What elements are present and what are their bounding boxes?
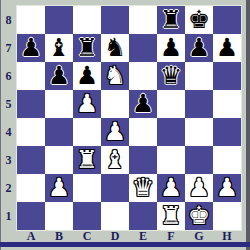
square-a2[interactable] xyxy=(17,174,45,202)
chess-board-frame: 87654321 ♜♚♟♝♜♞♟♟♟♟♟♞♛♟♟♟♜♝♟♛♟♟♟♜♚ ABCDE… xyxy=(0,0,250,250)
square-a6[interactable] xyxy=(17,62,45,90)
square-g1[interactable]: ♚ xyxy=(185,202,213,230)
piece-white-pawn[interactable]: ♟ xyxy=(45,174,73,202)
square-c6[interactable]: ♟ xyxy=(73,62,101,90)
piece-black-rook[interactable]: ♜ xyxy=(73,34,101,62)
frame-left-edge xyxy=(0,0,1,250)
square-e7[interactable] xyxy=(129,34,157,62)
square-f3[interactable] xyxy=(157,146,185,174)
square-f1[interactable]: ♜ xyxy=(157,202,185,230)
square-f2[interactable]: ♟ xyxy=(157,174,185,202)
square-h5[interactable] xyxy=(213,90,241,118)
square-h3[interactable] xyxy=(213,146,241,174)
square-a4[interactable] xyxy=(17,118,45,146)
square-f6[interactable]: ♛ xyxy=(157,62,185,90)
piece-white-rook[interactable]: ♜ xyxy=(157,202,185,230)
square-d7[interactable]: ♞ xyxy=(101,34,129,62)
square-e2[interactable]: ♛ xyxy=(129,174,157,202)
square-b1[interactable] xyxy=(45,202,73,230)
square-b7[interactable]: ♝ xyxy=(45,34,73,62)
square-d4[interactable]: ♟ xyxy=(101,118,129,146)
square-c4[interactable] xyxy=(73,118,101,146)
rank-label-5: 5 xyxy=(0,90,17,118)
square-d1[interactable] xyxy=(101,202,129,230)
square-b4[interactable] xyxy=(45,118,73,146)
frame-bottom-border xyxy=(0,242,250,247)
rank-label-4: 4 xyxy=(0,118,17,146)
square-a8[interactable] xyxy=(17,6,45,34)
square-b8[interactable] xyxy=(45,6,73,34)
piece-black-rook[interactable]: ♜ xyxy=(157,6,185,34)
piece-black-king[interactable]: ♚ xyxy=(185,6,213,34)
piece-white-pawn[interactable]: ♟ xyxy=(213,174,241,202)
square-e4[interactable] xyxy=(129,118,157,146)
square-d2[interactable] xyxy=(101,174,129,202)
piece-white-bishop[interactable]: ♝ xyxy=(101,146,129,174)
square-h8[interactable] xyxy=(213,6,241,34)
rank-labels: 87654321 xyxy=(0,6,17,230)
piece-white-pawn[interactable]: ♟ xyxy=(157,174,185,202)
square-e8[interactable] xyxy=(129,6,157,34)
piece-black-pawn[interactable]: ♟ xyxy=(73,62,101,90)
square-a1[interactable] xyxy=(17,202,45,230)
square-d5[interactable] xyxy=(101,90,129,118)
rank-label-7: 7 xyxy=(0,34,17,62)
square-g8[interactable]: ♚ xyxy=(185,6,213,34)
square-a7[interactable]: ♟ xyxy=(17,34,45,62)
square-g5[interactable] xyxy=(185,90,213,118)
square-f8[interactable]: ♜ xyxy=(157,6,185,34)
square-h4[interactable] xyxy=(213,118,241,146)
square-c8[interactable] xyxy=(73,6,101,34)
frame-right-border xyxy=(246,0,250,250)
square-a3[interactable] xyxy=(17,146,45,174)
square-h6[interactable] xyxy=(213,62,241,90)
square-h1[interactable] xyxy=(213,202,241,230)
square-b2[interactable]: ♟ xyxy=(45,174,73,202)
square-h7[interactable]: ♟ xyxy=(213,34,241,62)
rank-label-6: 6 xyxy=(0,62,17,90)
square-c3[interactable]: ♜ xyxy=(73,146,101,174)
piece-white-knight[interactable]: ♞ xyxy=(101,62,129,90)
piece-white-queen[interactable]: ♛ xyxy=(129,174,157,202)
square-c7[interactable]: ♜ xyxy=(73,34,101,62)
piece-white-pawn[interactable]: ♟ xyxy=(73,90,101,118)
piece-white-pawn[interactable]: ♟ xyxy=(185,174,213,202)
square-e5[interactable]: ♟ xyxy=(129,90,157,118)
piece-black-pawn[interactable]: ♟ xyxy=(17,34,45,62)
piece-black-pawn[interactable]: ♟ xyxy=(129,90,157,118)
square-c1[interactable] xyxy=(73,202,101,230)
piece-black-queen[interactable]: ♛ xyxy=(157,62,185,90)
rank-label-3: 3 xyxy=(0,146,17,174)
square-c2[interactable] xyxy=(73,174,101,202)
square-g2[interactable]: ♟ xyxy=(185,174,213,202)
square-b6[interactable]: ♟ xyxy=(45,62,73,90)
square-f5[interactable] xyxy=(157,90,185,118)
piece-black-pawn[interactable]: ♟ xyxy=(185,34,213,62)
square-f4[interactable] xyxy=(157,118,185,146)
piece-black-pawn[interactable]: ♟ xyxy=(157,34,185,62)
square-b3[interactable] xyxy=(45,146,73,174)
square-f7[interactable]: ♟ xyxy=(157,34,185,62)
square-e3[interactable] xyxy=(129,146,157,174)
square-h2[interactable]: ♟ xyxy=(213,174,241,202)
rank-label-1: 1 xyxy=(0,202,17,230)
square-g4[interactable] xyxy=(185,118,213,146)
piece-white-rook[interactable]: ♜ xyxy=(73,146,101,174)
piece-black-knight[interactable]: ♞ xyxy=(101,34,129,62)
square-e1[interactable] xyxy=(129,202,157,230)
square-d3[interactable]: ♝ xyxy=(101,146,129,174)
rank-label-2: 2 xyxy=(0,174,17,202)
square-d6[interactable]: ♞ xyxy=(101,62,129,90)
piece-white-pawn[interactable]: ♟ xyxy=(101,118,129,146)
square-g6[interactable] xyxy=(185,62,213,90)
square-g7[interactable]: ♟ xyxy=(185,34,213,62)
square-d8[interactable] xyxy=(101,6,129,34)
square-e6[interactable] xyxy=(129,62,157,90)
piece-white-king[interactable]: ♚ xyxy=(185,202,213,230)
square-a5[interactable] xyxy=(17,90,45,118)
square-g3[interactable] xyxy=(185,146,213,174)
chess-board: ♜♚♟♝♜♞♟♟♟♟♟♞♛♟♟♟♜♝♟♛♟♟♟♜♚ xyxy=(17,6,241,230)
piece-black-bishop[interactable]: ♝ xyxy=(45,34,73,62)
piece-black-pawn[interactable]: ♟ xyxy=(213,34,241,62)
piece-black-pawn[interactable]: ♟ xyxy=(45,62,73,90)
rank-label-8: 8 xyxy=(0,6,17,34)
square-c5[interactable]: ♟ xyxy=(73,90,101,118)
square-b5[interactable] xyxy=(45,90,73,118)
